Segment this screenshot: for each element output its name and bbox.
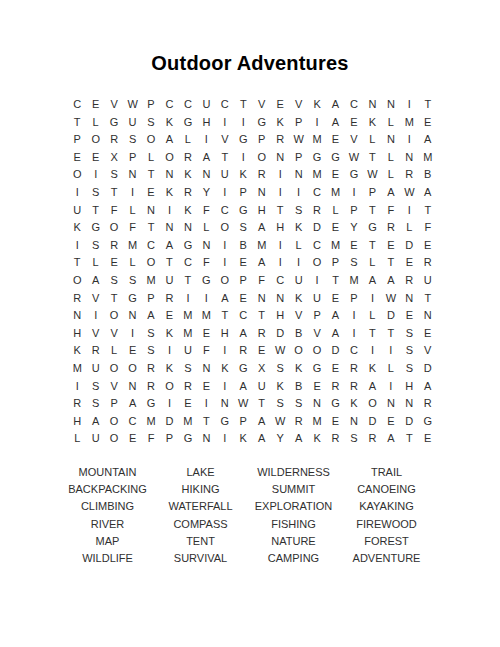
grid-cell[interactable]: K	[271, 114, 289, 132]
grid-cell[interactable]: R	[68, 395, 86, 413]
grid-cell[interactable]: E	[234, 290, 252, 308]
grid-cell[interactable]: T	[68, 114, 86, 132]
grid-cell[interactable]: I	[86, 307, 104, 325]
grid-cell[interactable]: S	[234, 219, 252, 237]
grid-cell[interactable]: L	[86, 254, 104, 272]
grid-cell[interactable]: R	[326, 430, 344, 448]
grid-cell[interactable]: M	[179, 413, 197, 431]
grid-cell[interactable]: N	[123, 166, 141, 184]
grid-cell[interactable]: A	[326, 114, 344, 132]
grid-cell[interactable]: M	[179, 307, 197, 325]
grid-cell[interactable]: K	[179, 202, 197, 220]
grid-cell[interactable]: I	[160, 342, 178, 360]
grid-cell[interactable]: K	[160, 184, 178, 202]
grid-cell[interactable]: A	[326, 325, 344, 343]
grid-cell[interactable]: H	[216, 325, 234, 343]
grid-cell[interactable]: R	[289, 413, 307, 431]
grid-cell[interactable]: N	[289, 166, 307, 184]
grid-cell[interactable]: V	[345, 131, 363, 149]
grid-cell[interactable]: H	[253, 202, 271, 220]
grid-cell[interactable]: T	[363, 149, 381, 167]
grid-cell[interactable]: P	[253, 131, 271, 149]
grid-cell[interactable]: A	[326, 96, 344, 114]
grid-cell[interactable]: I	[382, 378, 400, 396]
grid-cell[interactable]: O	[105, 219, 123, 237]
grid-cell[interactable]: E	[382, 413, 400, 431]
grid-cell[interactable]: W	[123, 96, 141, 114]
grid-cell[interactable]: E	[308, 378, 326, 396]
grid-cell[interactable]: H	[271, 219, 289, 237]
grid-cell[interactable]: O	[105, 413, 123, 431]
grid-cell[interactable]: P	[234, 413, 252, 431]
grid-cell[interactable]: D	[400, 237, 418, 255]
grid-cell[interactable]: U	[289, 272, 307, 290]
grid-cell[interactable]: R	[179, 378, 197, 396]
grid-cell[interactable]: I	[197, 290, 215, 308]
grid-cell[interactable]: S	[123, 272, 141, 290]
grid-cell[interactable]: T	[382, 325, 400, 343]
grid-cell[interactable]: P	[308, 307, 326, 325]
grid-cell[interactable]: S	[142, 114, 160, 132]
grid-cell[interactable]: T	[142, 166, 160, 184]
grid-cell[interactable]: K	[363, 114, 381, 132]
grid-cell[interactable]: I	[216, 378, 234, 396]
grid-cell[interactable]: C	[160, 96, 178, 114]
grid-cell[interactable]: C	[271, 272, 289, 290]
grid-cell[interactable]: N	[197, 166, 215, 184]
grid-cell[interactable]: N	[400, 149, 418, 167]
grid-cell[interactable]: G	[308, 149, 326, 167]
grid-cell[interactable]: A	[160, 131, 178, 149]
grid-cell[interactable]: I	[382, 342, 400, 360]
grid-cell[interactable]: U	[308, 290, 326, 308]
grid-cell[interactable]: M	[179, 325, 197, 343]
grid-cell[interactable]: M	[400, 114, 418, 132]
grid-cell[interactable]: S	[289, 395, 307, 413]
grid-cell[interactable]: T	[363, 237, 381, 255]
grid-cell[interactable]: I	[234, 114, 252, 132]
grid-cell[interactable]: I	[271, 254, 289, 272]
grid-cell[interactable]: A	[253, 430, 271, 448]
grid-cell[interactable]: C	[216, 202, 234, 220]
grid-cell[interactable]: N	[160, 166, 178, 184]
grid-cell[interactable]: A	[382, 272, 400, 290]
grid-cell[interactable]: P	[142, 96, 160, 114]
grid-cell[interactable]: T	[142, 219, 160, 237]
grid-cell[interactable]: M	[345, 272, 363, 290]
grid-cell[interactable]: I	[308, 114, 326, 132]
grid-cell[interactable]: N	[400, 290, 418, 308]
grid-cell[interactable]: R	[142, 378, 160, 396]
grid-cell[interactable]: S	[345, 254, 363, 272]
grid-cell[interactable]: P	[326, 254, 344, 272]
grid-cell[interactable]: E	[142, 184, 160, 202]
grid-cell[interactable]: V	[253, 96, 271, 114]
grid-cell[interactable]: K	[363, 360, 381, 378]
grid-cell[interactable]: Y	[197, 184, 215, 202]
grid-cell[interactable]: A	[253, 413, 271, 431]
grid-cell[interactable]: G	[345, 166, 363, 184]
grid-cell[interactable]: R	[253, 325, 271, 343]
grid-cell[interactable]: P	[105, 395, 123, 413]
grid-cell[interactable]: G	[179, 237, 197, 255]
grid-cell[interactable]: G	[216, 413, 234, 431]
grid-cell[interactable]: D	[419, 360, 437, 378]
grid-cell[interactable]: O	[363, 395, 381, 413]
grid-cell[interactable]: C	[308, 184, 326, 202]
grid-cell[interactable]: N	[308, 395, 326, 413]
grid-cell[interactable]: I	[216, 254, 234, 272]
grid-cell[interactable]: S	[105, 166, 123, 184]
grid-cell[interactable]: W	[271, 342, 289, 360]
grid-cell[interactable]: U	[216, 166, 234, 184]
grid-cell[interactable]: G	[86, 219, 104, 237]
grid-cell[interactable]: O	[142, 131, 160, 149]
grid-cell[interactable]: G	[234, 131, 252, 149]
grid-cell[interactable]: L	[382, 166, 400, 184]
grid-cell[interactable]: V	[308, 325, 326, 343]
grid-cell[interactable]: K	[289, 219, 307, 237]
grid-cell[interactable]: I	[345, 307, 363, 325]
grid-cell[interactable]: C	[345, 342, 363, 360]
grid-cell[interactable]: P	[123, 149, 141, 167]
grid-cell[interactable]: T	[326, 272, 344, 290]
grid-cell[interactable]: C	[68, 96, 86, 114]
grid-cell[interactable]: L	[382, 149, 400, 167]
grid-cell[interactable]: E	[160, 307, 178, 325]
grid-cell[interactable]: A	[419, 184, 437, 202]
grid-cell[interactable]: I	[216, 342, 234, 360]
grid-cell[interactable]: T	[234, 96, 252, 114]
grid-cell[interactable]: K	[160, 360, 178, 378]
grid-cell[interactable]: C	[216, 96, 234, 114]
grid-cell[interactable]: N	[179, 219, 197, 237]
grid-cell[interactable]: O	[253, 149, 271, 167]
grid-cell[interactable]: P	[234, 184, 252, 202]
grid-cell[interactable]: X	[105, 149, 123, 167]
grid-cell[interactable]: H	[400, 378, 418, 396]
grid-cell[interactable]: E	[234, 254, 252, 272]
grid-cell[interactable]: N	[382, 131, 400, 149]
grid-cell[interactable]: M	[197, 307, 215, 325]
grid-cell[interactable]: I	[400, 96, 418, 114]
grid-cell[interactable]: E	[179, 395, 197, 413]
grid-cell[interactable]: E	[68, 149, 86, 167]
grid-cell[interactable]: N	[253, 184, 271, 202]
grid-cell[interactable]: N	[68, 307, 86, 325]
grid-cell[interactable]: S	[105, 272, 123, 290]
grid-cell[interactable]: U	[123, 114, 141, 132]
grid-cell[interactable]: M	[123, 237, 141, 255]
grid-cell[interactable]: O	[289, 342, 307, 360]
grid-cell[interactable]: K	[234, 430, 252, 448]
grid-cell[interactable]: N	[197, 360, 215, 378]
grid-cell[interactable]: O	[123, 360, 141, 378]
grid-cell[interactable]: S	[86, 184, 104, 202]
grid-cell[interactable]: D	[382, 307, 400, 325]
grid-cell[interactable]: V	[216, 131, 234, 149]
grid-cell[interactable]: E	[419, 237, 437, 255]
grid-cell[interactable]: T	[363, 202, 381, 220]
grid-cell[interactable]: T	[105, 184, 123, 202]
grid-cell[interactable]: R	[419, 395, 437, 413]
grid-cell[interactable]: N	[123, 378, 141, 396]
grid-cell[interactable]: K	[308, 430, 326, 448]
grid-cell[interactable]: R	[105, 237, 123, 255]
grid-cell[interactable]: W	[382, 290, 400, 308]
grid-cell[interactable]: E	[326, 290, 344, 308]
grid-cell[interactable]: R	[234, 342, 252, 360]
grid-cell[interactable]: I	[216, 430, 234, 448]
grid-cell[interactable]: U	[86, 360, 104, 378]
grid-cell[interactable]: E	[86, 96, 104, 114]
grid-cell[interactable]: T	[363, 325, 381, 343]
grid-cell[interactable]: U	[253, 378, 271, 396]
grid-cell[interactable]: E	[123, 430, 141, 448]
grid-cell[interactable]: P	[345, 202, 363, 220]
grid-cell[interactable]: A	[86, 413, 104, 431]
grid-cell[interactable]: C	[308, 237, 326, 255]
grid-cell[interactable]: L	[123, 202, 141, 220]
grid-cell[interactable]: L	[363, 307, 381, 325]
grid-cell[interactable]: G	[326, 149, 344, 167]
grid-cell[interactable]: G	[123, 290, 141, 308]
grid-cell[interactable]: G	[179, 430, 197, 448]
grid-cell[interactable]: T	[253, 395, 271, 413]
grid-cell[interactable]: U	[179, 342, 197, 360]
grid-cell[interactable]: V	[105, 378, 123, 396]
grid-cell[interactable]: E	[419, 325, 437, 343]
grid-cell[interactable]: H	[68, 413, 86, 431]
grid-cell[interactable]: I	[400, 202, 418, 220]
grid-cell[interactable]: K	[345, 395, 363, 413]
grid-cell[interactable]: N	[142, 202, 160, 220]
grid-cell[interactable]: T	[253, 307, 271, 325]
grid-cell[interactable]: I	[345, 184, 363, 202]
grid-cell[interactable]: L	[363, 131, 381, 149]
grid-cell[interactable]: O	[105, 430, 123, 448]
grid-cell[interactable]: W	[363, 166, 381, 184]
grid-cell[interactable]: V	[86, 290, 104, 308]
grid-cell[interactable]: T	[179, 272, 197, 290]
grid-cell[interactable]: I	[197, 395, 215, 413]
grid-cell[interactable]: G	[197, 272, 215, 290]
grid-cell[interactable]: A	[142, 307, 160, 325]
grid-cell[interactable]: S	[86, 378, 104, 396]
grid-cell[interactable]: V	[86, 325, 104, 343]
grid-cell[interactable]: O	[68, 272, 86, 290]
grid-cell[interactable]: O	[142, 254, 160, 272]
grid-cell[interactable]: T	[419, 290, 437, 308]
grid-cell[interactable]: R	[345, 378, 363, 396]
grid-cell[interactable]: I	[400, 131, 418, 149]
grid-cell[interactable]: R	[308, 202, 326, 220]
grid-cell[interactable]: P	[160, 430, 178, 448]
grid-cell[interactable]: R	[105, 131, 123, 149]
grid-cell[interactable]: O	[160, 149, 178, 167]
grid-cell[interactable]: E	[326, 360, 344, 378]
grid-cell[interactable]: Y	[345, 219, 363, 237]
grid-cell[interactable]: M	[419, 149, 437, 167]
grid-cell[interactable]: R	[179, 149, 197, 167]
grid-cell[interactable]: F	[382, 202, 400, 220]
grid-cell[interactable]: W	[234, 395, 252, 413]
grid-cell[interactable]: S	[400, 360, 418, 378]
grid-cell[interactable]: P	[363, 184, 381, 202]
grid-cell[interactable]: S	[86, 237, 104, 255]
grid-cell[interactable]: T	[271, 202, 289, 220]
grid-cell[interactable]: M	[326, 184, 344, 202]
grid-cell[interactable]: P	[345, 290, 363, 308]
grid-cell[interactable]: I	[68, 378, 86, 396]
grid-cell[interactable]: E	[326, 219, 344, 237]
grid-cell[interactable]: S	[400, 342, 418, 360]
grid-cell[interactable]: I	[271, 166, 289, 184]
grid-cell[interactable]: C	[123, 413, 141, 431]
grid-cell[interactable]: U	[197, 96, 215, 114]
grid-cell[interactable]: H	[271, 307, 289, 325]
grid-cell[interactable]: C	[179, 96, 197, 114]
grid-cell[interactable]: V	[289, 96, 307, 114]
grid-cell[interactable]: G	[308, 360, 326, 378]
grid-cell[interactable]: A	[419, 378, 437, 396]
grid-cell[interactable]: L	[179, 131, 197, 149]
grid-cell[interactable]: W	[345, 149, 363, 167]
grid-cell[interactable]: L	[326, 202, 344, 220]
grid-cell[interactable]: R	[271, 131, 289, 149]
grid-cell[interactable]: I	[271, 237, 289, 255]
grid-cell[interactable]: O	[308, 254, 326, 272]
grid-cell[interactable]: A	[234, 378, 252, 396]
grid-cell[interactable]: O	[308, 342, 326, 360]
grid-cell[interactable]: R	[419, 254, 437, 272]
grid-cell[interactable]: B	[289, 378, 307, 396]
grid-cell[interactable]: M	[308, 131, 326, 149]
grid-cell[interactable]: F	[253, 272, 271, 290]
grid-cell[interactable]: N	[382, 395, 400, 413]
grid-cell[interactable]: K	[289, 290, 307, 308]
grid-cell[interactable]: E	[419, 114, 437, 132]
grid-cell[interactable]: T	[216, 149, 234, 167]
grid-cell[interactable]: I	[216, 114, 234, 132]
grid-cell[interactable]: A	[253, 219, 271, 237]
grid-cell[interactable]: S	[142, 325, 160, 343]
grid-cell[interactable]: I	[179, 290, 197, 308]
grid-cell[interactable]: E	[326, 131, 344, 149]
grid-cell[interactable]: N	[123, 307, 141, 325]
grid-cell[interactable]: I	[216, 184, 234, 202]
grid-cell[interactable]: S	[142, 342, 160, 360]
grid-cell[interactable]: I	[363, 342, 381, 360]
grid-cell[interactable]: G	[142, 395, 160, 413]
grid-cell[interactable]: N	[271, 290, 289, 308]
grid-cell[interactable]: C	[142, 237, 160, 255]
grid-cell[interactable]: M	[308, 413, 326, 431]
grid-cell[interactable]: N	[197, 430, 215, 448]
grid-cell[interactable]: L	[86, 114, 104, 132]
grid-cell[interactable]: C	[345, 96, 363, 114]
grid-cell[interactable]: S	[123, 131, 141, 149]
grid-cell[interactable]: G	[363, 219, 381, 237]
grid-cell[interactable]: E	[123, 342, 141, 360]
grid-cell[interactable]: I	[363, 290, 381, 308]
grid-cell[interactable]: K	[160, 114, 178, 132]
grid-cell[interactable]: E	[400, 307, 418, 325]
grid-cell[interactable]: U	[68, 202, 86, 220]
grid-cell[interactable]: F	[197, 254, 215, 272]
grid-cell[interactable]: S	[345, 430, 363, 448]
grid-cell[interactable]: I	[86, 166, 104, 184]
grid-cell[interactable]: S	[271, 360, 289, 378]
grid-cell[interactable]: M	[308, 166, 326, 184]
grid-cell[interactable]: V	[105, 96, 123, 114]
grid-cell[interactable]: N	[345, 413, 363, 431]
grid-cell[interactable]: M	[68, 360, 86, 378]
grid-cell[interactable]: A	[382, 184, 400, 202]
grid-cell[interactable]: O	[68, 166, 86, 184]
grid-cell[interactable]: S	[400, 325, 418, 343]
grid-cell[interactable]: R	[400, 166, 418, 184]
grid-cell[interactable]: R	[382, 219, 400, 237]
grid-cell[interactable]: T	[419, 202, 437, 220]
grid-cell[interactable]: L	[105, 342, 123, 360]
grid-cell[interactable]: I	[197, 131, 215, 149]
grid-cell[interactable]: R	[253, 166, 271, 184]
grid-cell[interactable]: M	[253, 237, 271, 255]
grid-cell[interactable]: E	[400, 254, 418, 272]
grid-cell[interactable]: Y	[271, 430, 289, 448]
grid-cell[interactable]: I	[216, 237, 234, 255]
grid-cell[interactable]: T	[400, 430, 418, 448]
grid-cell[interactable]: K	[271, 378, 289, 396]
grid-cell[interactable]: A	[86, 272, 104, 290]
grid-cell[interactable]: F	[197, 202, 215, 220]
grid-cell[interactable]: G	[179, 114, 197, 132]
grid-cell[interactable]: N	[382, 96, 400, 114]
grid-cell[interactable]: P	[234, 272, 252, 290]
grid-cell[interactable]: G	[234, 202, 252, 220]
grid-cell[interactable]: U	[160, 272, 178, 290]
grid-cell[interactable]: V	[289, 307, 307, 325]
grid-cell[interactable]: O	[105, 307, 123, 325]
grid-cell[interactable]: K	[308, 96, 326, 114]
grid-cell[interactable]: D	[400, 413, 418, 431]
grid-cell[interactable]: I	[123, 184, 141, 202]
grid-cell[interactable]: E	[271, 96, 289, 114]
grid-cell[interactable]: K	[68, 219, 86, 237]
grid-cell[interactable]: E	[382, 237, 400, 255]
grid-cell[interactable]: M	[142, 272, 160, 290]
grid-cell[interactable]: E	[105, 254, 123, 272]
grid-cell[interactable]: I	[289, 184, 307, 202]
grid-cell[interactable]: U	[419, 272, 437, 290]
grid-cell[interactable]: E	[197, 325, 215, 343]
grid-cell[interactable]: I	[271, 184, 289, 202]
grid-cell[interactable]: W	[289, 131, 307, 149]
grid-cell[interactable]: A	[160, 237, 178, 255]
grid-cell[interactable]: T	[160, 254, 178, 272]
grid-cell[interactable]: P	[68, 131, 86, 149]
grid-cell[interactable]: V	[419, 342, 437, 360]
grid-cell[interactable]: N	[363, 96, 381, 114]
grid-cell[interactable]: E	[86, 149, 104, 167]
grid-cell[interactable]: C	[179, 254, 197, 272]
grid-cell[interactable]: O	[216, 272, 234, 290]
grid-cell[interactable]: N	[271, 149, 289, 167]
grid-cell[interactable]: A	[382, 430, 400, 448]
grid-cell[interactable]: N	[197, 237, 215, 255]
grid-cell[interactable]: P	[142, 290, 160, 308]
